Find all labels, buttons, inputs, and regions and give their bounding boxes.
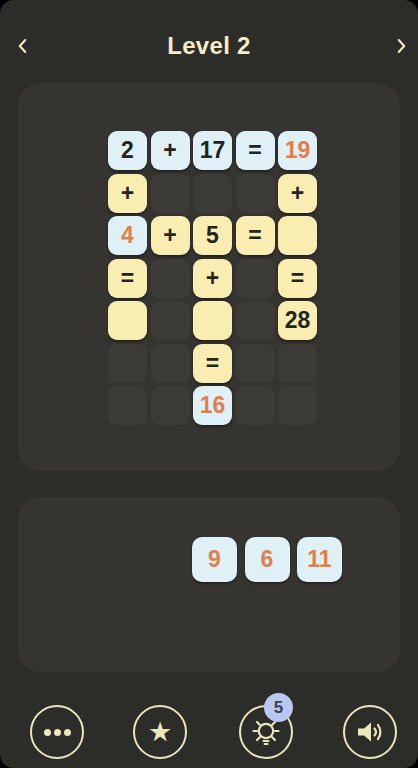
board-grid: 2+17=19++4+5==+=28=16 — [108, 131, 317, 425]
hint-count-badge: 5 — [264, 693, 293, 722]
chevron-right-icon — [390, 35, 412, 57]
level-title: Level 2 — [167, 32, 251, 60]
prev-level-button[interactable] — [5, 28, 41, 64]
cell-r7c3[interactable]: 16 — [193, 386, 232, 425]
cell-r6c2 — [151, 344, 190, 383]
header: Level 2 — [0, 0, 418, 92]
tray-tile-11[interactable]: 11 — [297, 537, 342, 582]
ellipsis-icon — [44, 729, 71, 736]
cell-r5c3[interactable] — [193, 301, 232, 340]
more-options-button[interactable] — [30, 705, 84, 759]
cell-r7c5 — [278, 386, 317, 425]
cell-r7c4 — [236, 386, 275, 425]
board-panel: 2+17=19++4+5==+=28=16 — [18, 83, 400, 471]
favorites-button[interactable]: ★ — [133, 705, 187, 759]
tile-tray-panel: 9611 — [18, 497, 400, 672]
cell-r4c3: + — [193, 259, 232, 298]
next-level-button[interactable] — [383, 28, 418, 64]
cell-r3c2: + — [151, 216, 190, 255]
cell-r4c1: = — [108, 259, 147, 298]
cell-r6c1 — [108, 344, 147, 383]
cell-r4c4 — [236, 259, 275, 298]
cell-r6c5 — [278, 344, 317, 383]
cell-r6c3: = — [193, 344, 232, 383]
cell-r3c5[interactable] — [278, 216, 317, 255]
cell-r1c2: + — [151, 131, 190, 170]
cell-r5c2 — [151, 301, 190, 340]
cell-r1c4: = — [236, 131, 275, 170]
tray-tile-6[interactable]: 6 — [245, 537, 290, 582]
cell-r7c1 — [108, 386, 147, 425]
cell-r3c4: = — [236, 216, 275, 255]
cell-r1c3: 17 — [193, 131, 232, 170]
cell-r5c4 — [236, 301, 275, 340]
cell-r2c2 — [151, 174, 190, 213]
tray-tile-9[interactable]: 9 — [192, 537, 237, 582]
star-icon: ★ — [148, 718, 172, 745]
cell-r4c5: = — [278, 259, 317, 298]
toolbar: 5 ★ — [0, 705, 418, 761]
cell-r5c5: 28 — [278, 301, 317, 340]
sound-button[interactable] — [343, 705, 397, 759]
cell-r2c3 — [193, 174, 232, 213]
cell-r5c1[interactable] — [108, 301, 147, 340]
cell-r6c4 — [236, 344, 275, 383]
cell-r7c2 — [151, 386, 190, 425]
cell-r3c3: 5 — [193, 216, 232, 255]
cell-r1c1: 2 — [108, 131, 147, 170]
cell-r4c2 — [151, 259, 190, 298]
cell-r1c5[interactable]: 19 — [278, 131, 317, 170]
chevron-left-icon — [12, 35, 34, 57]
cell-r2c4 — [236, 174, 275, 213]
cell-r3c1[interactable]: 4 — [108, 216, 147, 255]
screen: Level 2 2+17=19++4+5==+=28=16 9611 5 ★ — [0, 0, 418, 768]
cell-r2c1: + — [108, 174, 147, 213]
speaker-icon — [356, 720, 384, 744]
cell-r2c5: + — [278, 174, 317, 213]
